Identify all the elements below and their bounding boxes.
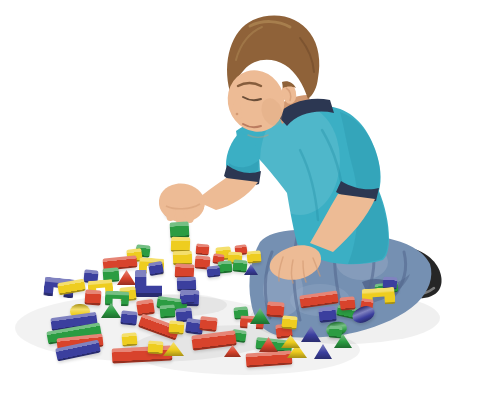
block-red-plank — [246, 350, 293, 367]
block-blue-cube — [181, 291, 195, 304]
block-blue-cube — [120, 310, 137, 326]
block-green-cube — [232, 259, 247, 272]
block-red-cube — [84, 289, 101, 305]
block-yellow-cube — [247, 250, 262, 263]
block-yellow-cube — [121, 332, 137, 346]
block-blue-cube — [318, 306, 336, 323]
block-red-cube — [196, 243, 210, 255]
block-green-cube — [160, 304, 176, 318]
block-blue-cube — [206, 265, 220, 277]
block-blue-tri — [301, 326, 321, 342]
block-green-arch — [105, 291, 130, 307]
block-yellow-cube — [148, 340, 164, 354]
block-yellow-cube — [281, 315, 297, 329]
scattered-blocks-ring — [0, 0, 480, 397]
block-green-cube — [329, 325, 343, 338]
block-red-tri — [117, 270, 136, 285]
block-blue-tri — [314, 344, 332, 359]
block-yellow-cube — [168, 320, 184, 334]
block-green-tri — [101, 303, 121, 318]
block-red-plank — [112, 345, 173, 363]
block-red-cube — [136, 299, 155, 316]
block-red-cube — [339, 296, 355, 310]
block-blue-cube — [148, 261, 164, 276]
block-red-cube — [199, 316, 217, 332]
block-red-tri — [224, 345, 241, 357]
photo-scene — [0, 0, 480, 397]
